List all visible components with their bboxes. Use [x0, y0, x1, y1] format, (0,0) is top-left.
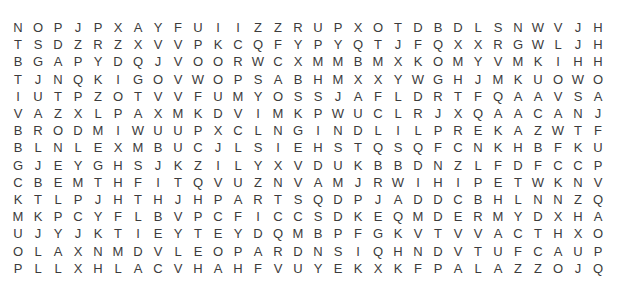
grid-cell[interactable]: O — [548, 260, 568, 277]
grid-cell[interactable]: Y — [88, 208, 108, 225]
grid-cell[interactable]: H — [588, 53, 608, 70]
grid-cell[interactable]: X — [348, 71, 368, 88]
grid-cell[interactable]: D — [308, 157, 328, 174]
grid-cell[interactable]: Q — [68, 71, 88, 88]
grid-cell[interactable]: M — [288, 225, 308, 242]
grid-cell[interactable]: V — [168, 71, 188, 88]
grid-cell[interactable]: I — [248, 105, 268, 122]
grid-cell[interactable]: R — [28, 122, 48, 139]
grid-cell[interactable]: P — [348, 191, 368, 208]
grid-cell[interactable]: J — [68, 225, 88, 242]
grid-cell[interactable]: L — [408, 122, 428, 139]
grid-cell[interactable]: S — [388, 139, 408, 156]
grid-cell[interactable]: N — [468, 139, 488, 156]
grid-cell[interactable]: M — [508, 53, 528, 70]
grid-cell[interactable]: V — [288, 174, 308, 191]
grid-cell[interactable]: U — [228, 174, 248, 191]
grid-cell[interactable]: E — [468, 122, 488, 139]
grid-cell[interactable]: A — [548, 105, 568, 122]
grid-cell[interactable]: R — [448, 122, 468, 139]
grid-cell[interactable]: P — [588, 242, 608, 259]
grid-cell[interactable]: Z — [528, 260, 548, 277]
grid-cell[interactable]: D — [328, 208, 348, 225]
grid-cell[interactable]: T — [528, 225, 548, 242]
grid-cell[interactable]: Y — [248, 157, 268, 174]
grid-cell[interactable]: D — [428, 208, 448, 225]
grid-cell[interactable]: A — [228, 191, 248, 208]
grid-cell[interactable]: D — [408, 19, 428, 36]
grid-cell[interactable]: T — [188, 225, 208, 242]
grid-cell[interactable]: X — [368, 260, 388, 277]
grid-cell[interactable]: U — [328, 157, 348, 174]
grid-cell[interactable]: P — [68, 53, 88, 70]
grid-cell[interactable]: L — [108, 260, 128, 277]
grid-cell[interactable]: A — [488, 260, 508, 277]
grid-cell[interactable]: T — [468, 242, 488, 259]
grid-cell[interactable]: E — [288, 139, 308, 156]
grid-cell[interactable]: O — [48, 122, 68, 139]
grid-cell[interactable]: M — [328, 71, 348, 88]
grid-cell[interactable]: K — [488, 122, 508, 139]
grid-cell[interactable]: U — [568, 242, 588, 259]
grid-cell[interactable]: A — [308, 174, 328, 191]
grid-cell[interactable]: C — [548, 157, 568, 174]
grid-cell[interactable]: W — [328, 105, 348, 122]
grid-cell[interactable]: V — [148, 242, 168, 259]
grid-cell[interactable]: K — [88, 71, 108, 88]
grid-cell[interactable]: H — [388, 242, 408, 259]
grid-cell[interactable]: T — [448, 88, 468, 105]
grid-cell[interactable]: A — [208, 260, 228, 277]
grid-cell[interactable]: J — [368, 191, 388, 208]
grid-cell[interactable]: K — [408, 53, 428, 70]
grid-cell[interactable]: O — [208, 242, 228, 259]
grid-cell[interactable]: N — [268, 174, 288, 191]
grid-cell[interactable]: K — [388, 260, 408, 277]
grid-cell[interactable]: M — [228, 88, 248, 105]
grid-cell[interactable]: I — [308, 122, 328, 139]
grid-cell[interactable]: S — [248, 139, 268, 156]
grid-cell[interactable]: X — [108, 139, 128, 156]
grid-cell[interactable]: I — [348, 242, 368, 259]
grid-cell[interactable]: O — [208, 71, 228, 88]
grid-cell[interactable]: C — [8, 174, 28, 191]
grid-cell[interactable]: J — [568, 260, 588, 277]
grid-cell[interactable]: Z — [248, 19, 268, 36]
grid-cell[interactable]: D — [408, 191, 428, 208]
grid-cell[interactable]: Y — [148, 19, 168, 36]
grid-cell[interactable]: U — [148, 122, 168, 139]
grid-cell[interactable]: R — [468, 208, 488, 225]
grid-cell[interactable]: A — [448, 260, 468, 277]
grid-cell[interactable]: Z — [88, 88, 108, 105]
grid-cell[interactable]: L — [548, 36, 568, 53]
grid-cell[interactable]: G — [8, 157, 28, 174]
grid-cell[interactable]: D — [328, 191, 348, 208]
grid-cell[interactable]: V — [228, 105, 248, 122]
grid-cell[interactable]: I — [108, 71, 128, 88]
grid-cell[interactable]: C — [448, 191, 468, 208]
grid-cell[interactable]: N — [508, 19, 528, 36]
grid-cell[interactable]: U — [8, 225, 28, 242]
grid-cell[interactable]: D — [208, 105, 228, 122]
grid-cell[interactable]: Y — [88, 53, 108, 70]
grid-cell[interactable]: R — [368, 174, 388, 191]
grid-cell[interactable]: M — [328, 53, 348, 70]
grid-cell[interactable]: M — [368, 53, 388, 70]
grid-cell[interactable]: F — [228, 208, 248, 225]
grid-cell[interactable]: L — [48, 260, 68, 277]
grid-cell[interactable]: W — [408, 71, 428, 88]
grid-cell[interactable]: U — [28, 88, 48, 105]
grid-cell[interactable]: U — [588, 139, 608, 156]
grid-cell[interactable]: H — [308, 71, 328, 88]
grid-cell[interactable]: W — [128, 122, 148, 139]
grid-cell[interactable]: V — [8, 105, 28, 122]
grid-cell[interactable]: B — [288, 71, 308, 88]
grid-cell[interactable]: G — [508, 36, 528, 53]
grid-cell[interactable]: H — [588, 19, 608, 36]
grid-cell[interactable]: B — [428, 19, 448, 36]
grid-cell[interactable]: I — [8, 88, 28, 105]
grid-cell[interactable]: Y — [468, 53, 488, 70]
grid-cell[interactable]: M — [328, 174, 348, 191]
grid-cell[interactable]: T — [428, 225, 448, 242]
grid-cell[interactable]: U — [308, 19, 328, 36]
grid-cell[interactable]: Q — [408, 139, 428, 156]
grid-cell[interactable]: S — [328, 139, 348, 156]
grid-cell[interactable]: L — [48, 191, 68, 208]
grid-cell[interactable]: H — [108, 191, 128, 208]
grid-cell[interactable]: H — [188, 260, 208, 277]
grid-cell[interactable]: P — [428, 122, 448, 139]
grid-cell[interactable]: G — [288, 122, 308, 139]
grid-cell[interactable]: N — [88, 242, 108, 259]
grid-cell[interactable]: I — [228, 19, 248, 36]
grid-cell[interactable]: W — [528, 19, 548, 36]
grid-cell[interactable]: K — [568, 139, 588, 156]
grid-cell[interactable]: U — [348, 105, 368, 122]
grid-cell[interactable]: F — [408, 36, 428, 53]
grid-cell[interactable]: P — [68, 191, 88, 208]
grid-cell[interactable]: X — [568, 225, 588, 242]
grid-cell[interactable]: T — [508, 174, 528, 191]
grid-cell[interactable]: V — [168, 88, 188, 105]
grid-cell[interactable]: C — [448, 139, 468, 156]
grid-cell[interactable]: O — [368, 19, 388, 36]
grid-cell[interactable]: F — [488, 157, 508, 174]
grid-cell[interactable]: C — [208, 208, 228, 225]
grid-cell[interactable]: M — [308, 53, 328, 70]
grid-cell[interactable]: K — [8, 191, 28, 208]
grid-cell[interactable]: M — [128, 139, 148, 156]
grid-cell[interactable]: T — [108, 225, 128, 242]
grid-cell[interactable]: H — [308, 139, 328, 156]
grid-cell[interactable]: E — [208, 225, 228, 242]
grid-cell[interactable]: L — [28, 242, 48, 259]
grid-cell[interactable]: D — [428, 191, 448, 208]
grid-cell[interactable]: P — [188, 122, 208, 139]
grid-cell[interactable]: A — [388, 191, 408, 208]
grid-cell[interactable]: X — [368, 71, 388, 88]
grid-cell[interactable]: K — [188, 105, 208, 122]
grid-cell[interactable]: F — [348, 225, 368, 242]
grid-cell[interactable]: K — [348, 157, 368, 174]
grid-cell[interactable]: O — [428, 53, 448, 70]
grid-cell[interactable]: F — [548, 139, 568, 156]
grid-cell[interactable]: W — [548, 122, 568, 139]
grid-cell[interactable]: L — [168, 242, 188, 259]
grid-cell[interactable]: U — [208, 88, 228, 105]
grid-cell[interactable]: V — [448, 225, 468, 242]
grid-cell[interactable]: C — [228, 122, 248, 139]
grid-cell[interactable]: O — [208, 53, 228, 70]
grid-cell[interactable]: P — [8, 260, 28, 277]
grid-cell[interactable]: T — [348, 139, 368, 156]
grid-cell[interactable]: J — [88, 191, 108, 208]
grid-cell[interactable]: Q — [488, 88, 508, 105]
grid-cell[interactable]: F — [428, 139, 448, 156]
grid-cell[interactable]: A — [128, 260, 148, 277]
grid-cell[interactable]: F — [268, 36, 288, 53]
grid-cell[interactable]: E — [488, 174, 508, 191]
grid-cell[interactable]: V — [148, 88, 168, 105]
grid-cell[interactable]: Q — [368, 139, 388, 156]
grid-cell[interactable]: M — [268, 105, 288, 122]
grid-cell[interactable]: X — [68, 260, 88, 277]
grid-cell[interactable]: P — [188, 208, 208, 225]
grid-cell[interactable]: O — [548, 71, 568, 88]
grid-cell[interactable]: O — [588, 225, 608, 242]
grid-cell[interactable]: C — [508, 225, 528, 242]
grid-cell[interactable]: M — [448, 53, 468, 70]
grid-cell[interactable]: E — [48, 174, 68, 191]
grid-cell[interactable]: F — [408, 260, 428, 277]
grid-cell[interactable]: O — [148, 71, 168, 88]
grid-cell[interactable]: B — [388, 157, 408, 174]
grid-cell[interactable]: V — [208, 174, 228, 191]
grid-cell[interactable]: L — [468, 19, 488, 36]
grid-cell[interactable]: P — [48, 19, 68, 36]
grid-cell[interactable]: F — [108, 208, 128, 225]
grid-cell[interactable]: D — [508, 157, 528, 174]
grid-cell[interactable]: A — [48, 242, 68, 259]
grid-cell[interactable]: C — [188, 139, 208, 156]
grid-cell[interactable]: O — [268, 88, 288, 105]
grid-cell[interactable]: R — [268, 242, 288, 259]
grid-cell[interactable]: T — [388, 19, 408, 36]
grid-cell[interactable]: O — [188, 53, 208, 70]
grid-cell[interactable]: X — [388, 53, 408, 70]
grid-cell[interactable]: R — [488, 36, 508, 53]
grid-cell[interactable]: Q — [348, 36, 368, 53]
grid-cell[interactable]: N — [48, 71, 68, 88]
grid-cell[interactable]: M — [8, 208, 28, 225]
grid-cell[interactable]: I — [448, 174, 468, 191]
grid-cell[interactable]: L — [228, 139, 248, 156]
grid-cell[interactable]: P — [208, 191, 228, 208]
grid-cell[interactable]: C — [268, 208, 288, 225]
grid-cell[interactable]: Z — [268, 19, 288, 36]
grid-cell[interactable]: I — [388, 122, 408, 139]
grid-cell[interactable]: Y — [388, 71, 408, 88]
grid-cell[interactable]: J — [388, 36, 408, 53]
grid-cell[interactable]: T — [28, 191, 48, 208]
grid-cell[interactable]: Z — [568, 191, 588, 208]
grid-cell[interactable]: Q — [428, 36, 448, 53]
grid-cell[interactable]: U — [288, 260, 308, 277]
grid-cell[interactable]: D — [448, 19, 468, 36]
grid-cell[interactable]: X — [448, 105, 468, 122]
grid-cell[interactable]: R — [428, 88, 448, 105]
grid-cell[interactable]: O — [28, 19, 48, 36]
grid-cell[interactable]: V — [468, 225, 488, 242]
grid-cell[interactable]: U — [488, 242, 508, 259]
grid-cell[interactable]: R — [248, 191, 268, 208]
grid-cell[interactable]: A — [508, 88, 528, 105]
grid-cell[interactable]: N — [568, 174, 588, 191]
grid-cell[interactable]: K — [488, 139, 508, 156]
grid-cell[interactable]: R — [228, 53, 248, 70]
grid-cell[interactable]: J — [568, 19, 588, 36]
grid-cell[interactable]: U — [188, 19, 208, 36]
grid-cell[interactable]: E — [188, 242, 208, 259]
grid-cell[interactable]: V — [148, 36, 168, 53]
grid-cell[interactable]: X — [548, 208, 568, 225]
grid-cell[interactable]: P — [68, 88, 88, 105]
grid-cell[interactable]: Y — [228, 225, 248, 242]
grid-cell[interactable]: A — [48, 53, 68, 70]
grid-cell[interactable]: J — [28, 157, 48, 174]
grid-cell[interactable]: N — [548, 191, 568, 208]
grid-cell[interactable]: I — [408, 174, 428, 191]
grid-cell[interactable]: Z — [48, 105, 68, 122]
grid-cell[interactable]: T — [8, 71, 28, 88]
grid-cell[interactable]: L — [508, 191, 528, 208]
grid-cell[interactable]: A — [248, 242, 268, 259]
grid-cell[interactable]: A — [548, 242, 568, 259]
grid-cell[interactable]: Y — [248, 88, 268, 105]
grid-cell[interactable]: K — [508, 71, 528, 88]
grid-cell[interactable]: X — [468, 36, 488, 53]
grid-cell[interactable]: K — [348, 260, 368, 277]
grid-cell[interactable]: S — [288, 191, 308, 208]
grid-cell[interactable]: L — [248, 122, 268, 139]
grid-cell[interactable]: J — [148, 53, 168, 70]
grid-cell[interactable]: N — [568, 105, 588, 122]
grid-cell[interactable]: H — [568, 208, 588, 225]
grid-cell[interactable]: I — [548, 53, 568, 70]
grid-cell[interactable]: E — [328, 260, 348, 277]
grid-cell[interactable]: I — [148, 174, 168, 191]
grid-cell[interactable]: M — [488, 208, 508, 225]
grid-cell[interactable]: J — [348, 174, 368, 191]
grid-cell[interactable]: K — [548, 174, 568, 191]
grid-cell[interactable]: C — [368, 105, 388, 122]
grid-cell[interactable]: F — [508, 242, 528, 259]
grid-cell[interactable]: M — [408, 208, 428, 225]
grid-cell[interactable]: V — [548, 19, 568, 36]
grid-cell[interactable]: Z — [508, 260, 528, 277]
grid-cell[interactable]: T — [568, 122, 588, 139]
grid-cell[interactable]: X — [148, 105, 168, 122]
grid-cell[interactable]: E — [148, 225, 168, 242]
grid-cell[interactable]: X — [448, 36, 468, 53]
grid-cell[interactable]: K — [168, 157, 188, 174]
grid-cell[interactable]: R — [288, 19, 308, 36]
grid-cell[interactable]: F — [368, 88, 388, 105]
grid-cell[interactable]: V — [288, 157, 308, 174]
grid-cell[interactable]: Q — [588, 191, 608, 208]
grid-cell[interactable]: B — [348, 53, 368, 70]
grid-cell[interactable]: E — [88, 139, 108, 156]
grid-cell[interactable]: F — [468, 88, 488, 105]
grid-cell[interactable]: K — [388, 225, 408, 242]
grid-cell[interactable]: B — [28, 174, 48, 191]
grid-cell[interactable]: M — [108, 242, 128, 259]
grid-cell[interactable]: B — [368, 157, 388, 174]
grid-cell[interactable]: H — [428, 174, 448, 191]
grid-cell[interactable]: C — [228, 36, 248, 53]
grid-cell[interactable]: S — [128, 157, 148, 174]
grid-cell[interactable]: P — [188, 36, 208, 53]
grid-cell[interactable]: V — [488, 53, 508, 70]
grid-cell[interactable]: D — [248, 225, 268, 242]
grid-cell[interactable]: H — [488, 191, 508, 208]
grid-cell[interactable]: D — [48, 36, 68, 53]
grid-cell[interactable]: B — [148, 208, 168, 225]
grid-cell[interactable]: S — [28, 36, 48, 53]
grid-cell[interactable]: V — [168, 53, 188, 70]
grid-cell[interactable]: D — [408, 157, 428, 174]
grid-cell[interactable]: X — [348, 19, 368, 36]
grid-cell[interactable]: A — [128, 19, 148, 36]
grid-cell[interactable]: R — [408, 105, 428, 122]
grid-cell[interactable]: Y — [68, 157, 88, 174]
grid-cell[interactable]: D — [128, 242, 148, 259]
grid-cell[interactable]: S — [308, 208, 328, 225]
grid-cell[interactable]: T — [128, 88, 148, 105]
grid-cell[interactable]: I — [208, 19, 228, 36]
grid-cell[interactable]: S — [328, 242, 348, 259]
grid-cell[interactable]: P — [48, 208, 68, 225]
grid-cell[interactable]: M — [168, 105, 188, 122]
grid-cell[interactable]: L — [388, 105, 408, 122]
grid-cell[interactable]: C — [68, 208, 88, 225]
grid-cell[interactable]: Q — [468, 105, 488, 122]
grid-cell[interactable]: F — [188, 88, 208, 105]
grid-cell[interactable]: P — [228, 71, 248, 88]
grid-cell[interactable]: D — [348, 122, 368, 139]
grid-cell[interactable]: N — [308, 242, 328, 259]
grid-cell[interactable]: T — [268, 191, 288, 208]
grid-cell[interactable]: Q — [248, 36, 268, 53]
grid-cell[interactable]: H — [108, 174, 128, 191]
grid-cell[interactable]: L — [228, 157, 248, 174]
grid-cell[interactable]: Q — [188, 174, 208, 191]
grid-cell[interactable]: I — [108, 122, 128, 139]
grid-cell[interactable]: J — [208, 139, 228, 156]
grid-cell[interactable]: V — [168, 260, 188, 277]
grid-cell[interactable]: D — [108, 53, 128, 70]
grid-cell[interactable]: Z — [448, 157, 468, 174]
grid-cell[interactable]: X — [68, 105, 88, 122]
grid-cell[interactable]: Y — [508, 208, 528, 225]
grid-cell[interactable]: V — [168, 36, 188, 53]
grid-cell[interactable]: A — [508, 105, 528, 122]
grid-cell[interactable]: C — [148, 260, 168, 277]
grid-cell[interactable]: C — [288, 208, 308, 225]
